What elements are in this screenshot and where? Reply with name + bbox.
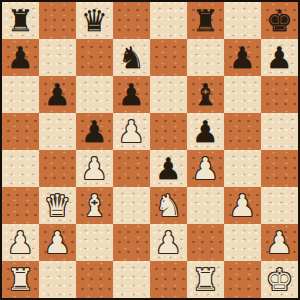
piece-black-queen[interactable]: ♛	[76, 2, 113, 39]
square-f8[interactable]: ♜	[187, 2, 224, 39]
piece-white-pawn[interactable]: ♟	[2, 224, 39, 261]
square-c6[interactable]	[76, 76, 113, 113]
square-d8[interactable]	[113, 2, 150, 39]
square-b6[interactable]: ♟	[39, 76, 76, 113]
piece-white-pawn[interactable]: ♟	[76, 150, 113, 187]
square-f7[interactable]	[187, 39, 224, 76]
square-a6[interactable]	[2, 76, 39, 113]
piece-white-pawn[interactable]: ♟	[113, 113, 150, 150]
square-e6[interactable]	[150, 76, 187, 113]
square-h4[interactable]	[261, 150, 298, 187]
piece-black-pawn[interactable]: ♟	[39, 76, 76, 113]
square-c3[interactable]: ♝	[76, 187, 113, 224]
chess-board: ♜♛♜♚♟♞♟♟♟♟♝♟♟♟♟♟♟♛♝♞♟♟♟♟♟♜♜♚	[0, 0, 300, 300]
square-a7[interactable]: ♟	[2, 39, 39, 76]
square-b5[interactable]	[39, 113, 76, 150]
square-h8[interactable]: ♚	[261, 2, 298, 39]
piece-black-pawn[interactable]: ♟	[113, 76, 150, 113]
square-a8[interactable]: ♜	[2, 2, 39, 39]
square-h3[interactable]	[261, 187, 298, 224]
chess-board-window: ♜♛♜♚♟♞♟♟♟♟♝♟♟♟♟♟♟♛♝♞♟♟♟♟♟♜♜♚	[0, 0, 300, 300]
square-h6[interactable]	[261, 76, 298, 113]
square-f3[interactable]	[187, 187, 224, 224]
square-d1[interactable]	[113, 261, 150, 298]
piece-white-king[interactable]: ♚	[261, 261, 298, 298]
square-f2[interactable]	[187, 224, 224, 261]
piece-white-rook[interactable]: ♜	[2, 261, 39, 298]
square-g3[interactable]: ♟	[224, 187, 261, 224]
square-a3[interactable]	[2, 187, 39, 224]
square-e4[interactable]: ♟	[150, 150, 187, 187]
piece-white-pawn[interactable]: ♟	[187, 150, 224, 187]
piece-white-pawn[interactable]: ♟	[39, 224, 76, 261]
square-e5[interactable]	[150, 113, 187, 150]
square-f5[interactable]: ♟	[187, 113, 224, 150]
square-b4[interactable]	[39, 150, 76, 187]
square-b2[interactable]: ♟	[39, 224, 76, 261]
square-d3[interactable]	[113, 187, 150, 224]
square-c5[interactable]: ♟	[76, 113, 113, 150]
square-e2[interactable]: ♟	[150, 224, 187, 261]
piece-white-bishop[interactable]: ♝	[76, 187, 113, 224]
piece-white-rook[interactable]: ♜	[187, 261, 224, 298]
piece-white-queen[interactable]: ♛	[39, 187, 76, 224]
square-e1[interactable]	[150, 261, 187, 298]
square-a4[interactable]	[2, 150, 39, 187]
piece-black-pawn[interactable]: ♟	[150, 150, 187, 187]
square-h1[interactable]: ♚	[261, 261, 298, 298]
square-f6[interactable]: ♝	[187, 76, 224, 113]
square-g7[interactable]: ♟	[224, 39, 261, 76]
square-a5[interactable]	[2, 113, 39, 150]
square-g5[interactable]	[224, 113, 261, 150]
piece-black-pawn[interactable]: ♟	[224, 39, 261, 76]
piece-black-bishop[interactable]: ♝	[187, 76, 224, 113]
square-g4[interactable]	[224, 150, 261, 187]
piece-black-rook[interactable]: ♜	[187, 2, 224, 39]
square-g1[interactable]	[224, 261, 261, 298]
square-g8[interactable]	[224, 2, 261, 39]
square-e3[interactable]: ♞	[150, 187, 187, 224]
square-d5[interactable]: ♟	[113, 113, 150, 150]
square-g2[interactable]	[224, 224, 261, 261]
square-c2[interactable]	[76, 224, 113, 261]
square-c7[interactable]	[76, 39, 113, 76]
piece-black-pawn[interactable]: ♟	[2, 39, 39, 76]
piece-white-pawn[interactable]: ♟	[261, 224, 298, 261]
square-f1[interactable]: ♜	[187, 261, 224, 298]
square-g6[interactable]	[224, 76, 261, 113]
piece-white-knight[interactable]: ♞	[150, 187, 187, 224]
square-d2[interactable]	[113, 224, 150, 261]
square-h7[interactable]: ♟	[261, 39, 298, 76]
square-c4[interactable]: ♟	[76, 150, 113, 187]
piece-black-king[interactable]: ♚	[261, 2, 298, 39]
piece-black-pawn[interactable]: ♟	[76, 113, 113, 150]
square-e8[interactable]	[150, 2, 187, 39]
square-e7[interactable]	[150, 39, 187, 76]
piece-white-pawn[interactable]: ♟	[224, 187, 261, 224]
square-d4[interactable]	[113, 150, 150, 187]
square-c8[interactable]: ♛	[76, 2, 113, 39]
square-h2[interactable]: ♟	[261, 224, 298, 261]
square-b1[interactable]	[39, 261, 76, 298]
piece-black-rook[interactable]: ♜	[2, 2, 39, 39]
square-b8[interactable]	[39, 2, 76, 39]
piece-black-pawn[interactable]: ♟	[261, 39, 298, 76]
square-a2[interactable]: ♟	[2, 224, 39, 261]
square-d6[interactable]: ♟	[113, 76, 150, 113]
piece-black-knight[interactable]: ♞	[113, 39, 150, 76]
square-b7[interactable]	[39, 39, 76, 76]
piece-white-pawn[interactable]: ♟	[150, 224, 187, 261]
square-f4[interactable]: ♟	[187, 150, 224, 187]
square-c1[interactable]	[76, 261, 113, 298]
square-d7[interactable]: ♞	[113, 39, 150, 76]
square-b3[interactable]: ♛	[39, 187, 76, 224]
square-h5[interactable]	[261, 113, 298, 150]
square-a1[interactable]: ♜	[2, 261, 39, 298]
piece-black-pawn[interactable]: ♟	[187, 113, 224, 150]
